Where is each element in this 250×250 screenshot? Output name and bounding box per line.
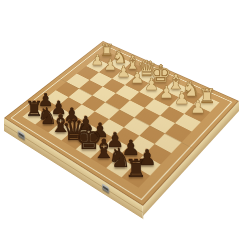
chess-set-photo: ♜♞♟♝♟♛♟♚♟♝♟♞♟♜♟♟♟♟♜♟♞♟♝♟♛♟♚♟♝♟♞♜ [0,0,250,250]
piece-white-pawn-d2: ♟ [130,70,144,86]
pieces-layer: ♜♞♟♝♟♛♟♚♟♝♟♞♟♜♟♟♟♟♜♟♞♟♝♟♛♟♚♟♝♟♞♜ [0,0,250,250]
piece-black-rook-h8: ♜ [125,156,148,181]
piece-white-pawn-g2: ♟ [174,90,190,108]
piece-white-pawn-c2: ♟ [116,64,130,80]
piece-white-pawn-a2: ♟ [91,52,104,67]
piece-white-pawn-h2: ♟ [190,98,206,116]
piece-white-pawn-f2: ♟ [159,84,174,101]
piece-white-pawn-e2: ♟ [144,77,159,94]
piece-white-pawn-b2: ♟ [103,58,117,73]
